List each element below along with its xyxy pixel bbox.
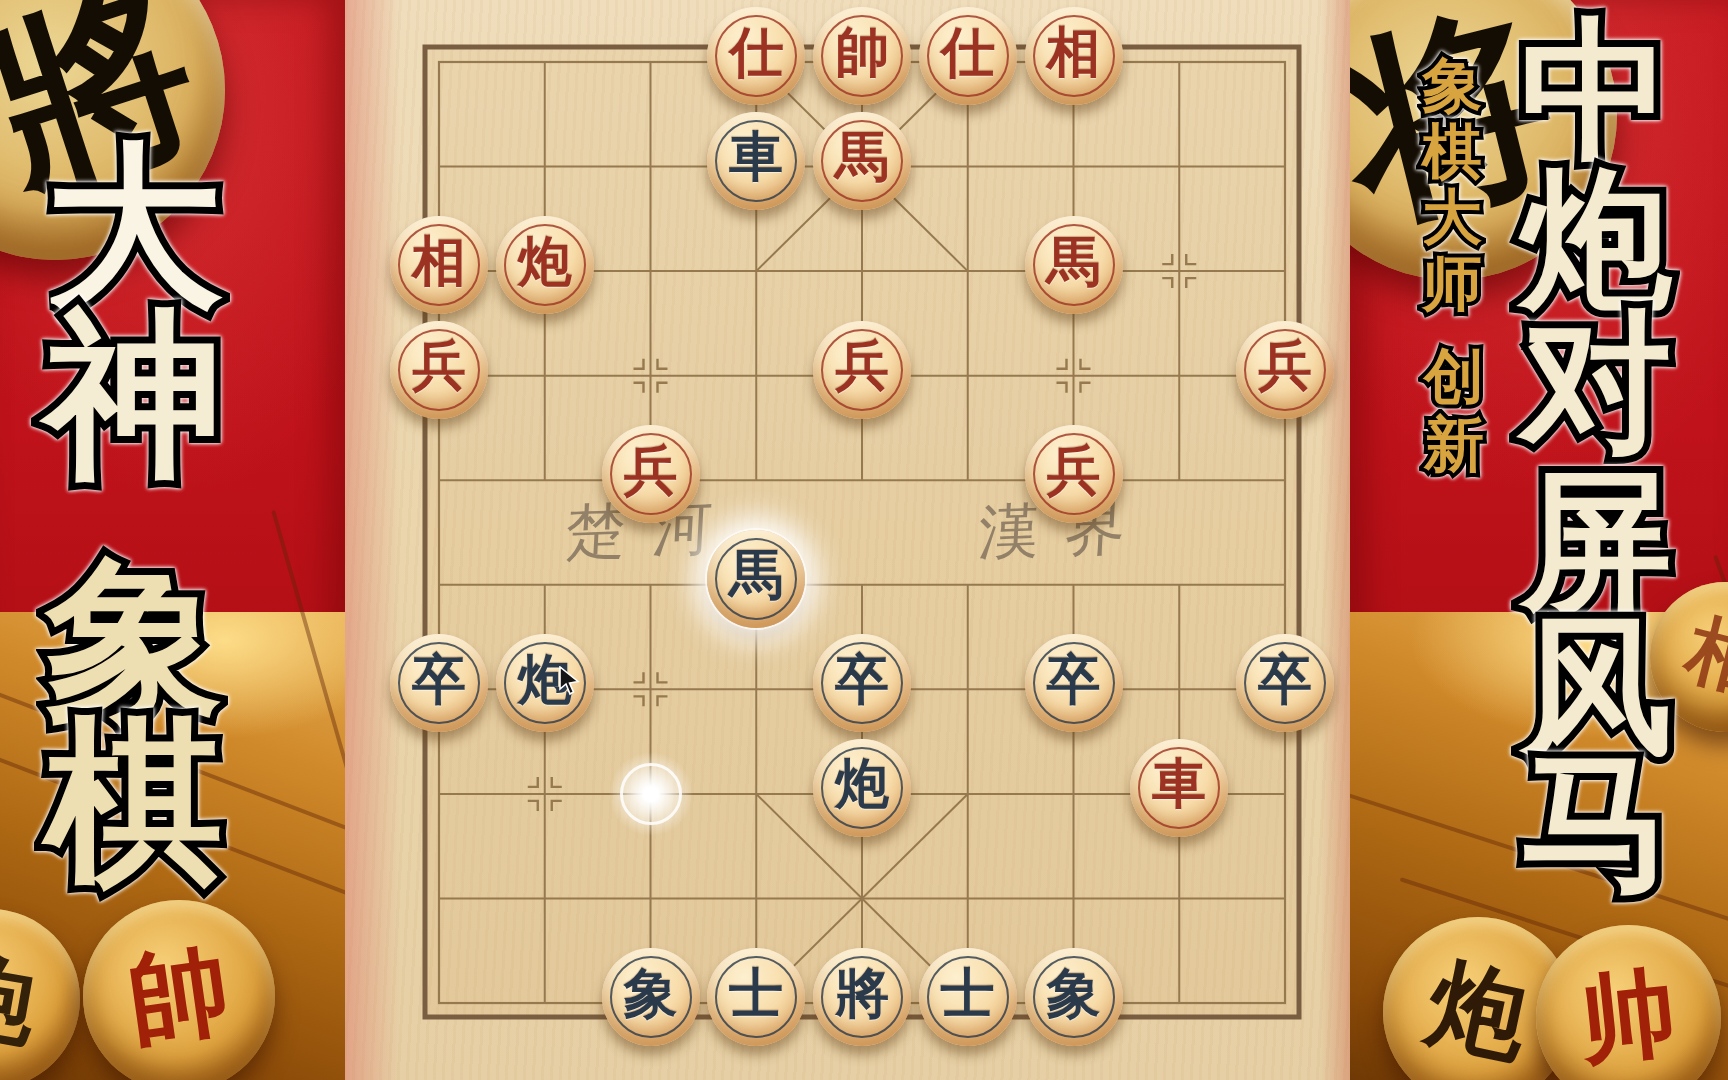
- piece-glyph: 士: [707, 948, 805, 1046]
- piece-red-general[interactable]: 帥: [813, 7, 911, 105]
- title-char: 棋: [45, 712, 223, 890]
- photo-piece-general-right: 帅: [1536, 925, 1721, 1080]
- piece-red-elephant[interactable]: 相: [390, 216, 488, 314]
- title-char: 新: [1424, 410, 1484, 478]
- piece-glyph: 卒: [1025, 634, 1123, 732]
- piece-red-advisor[interactable]: 仕: [919, 7, 1017, 105]
- right-subtitle-2: 创新: [1424, 342, 1484, 478]
- piece-black-elephant[interactable]: 象: [602, 948, 700, 1046]
- piece-glyph: 相: [390, 216, 488, 314]
- piece-glyph: 仕: [707, 7, 805, 105]
- photo-piece-cannon-left: 炮: [0, 909, 80, 1080]
- piece-glyph: 帥: [813, 7, 911, 105]
- piece-glyph: 將: [813, 948, 911, 1046]
- piece-black-general[interactable]: 將: [813, 948, 911, 1046]
- left-panel: 將 大神象棋 炮 帥: [0, 0, 345, 1080]
- piece-red-soldier[interactable]: 兵: [813, 321, 911, 419]
- thumbnail-stage: 將 大神象棋 炮 帥 楚河 漢界 仕帥仕相車馬: [0, 0, 1728, 1080]
- piece-glyph: 象: [1025, 948, 1123, 1046]
- piece-red-chariot[interactable]: 車: [1130, 739, 1228, 837]
- piece-black-soldier[interactable]: 卒: [1025, 634, 1123, 732]
- piece-glyph: 卒: [813, 634, 911, 732]
- piece-black-cannon[interactable]: 炮: [496, 634, 594, 732]
- piece-glyph: 仕: [919, 7, 1017, 105]
- piece-red-cannon[interactable]: 炮: [496, 216, 594, 314]
- piece-glyph: 士: [919, 948, 1017, 1046]
- title-char: 对: [1520, 306, 1672, 458]
- title-char: 神: [45, 305, 223, 483]
- piece-red-horse[interactable]: 馬: [1025, 216, 1123, 314]
- piece-red-soldier[interactable]: 兵: [1236, 321, 1334, 419]
- piece-black-soldier[interactable]: 卒: [813, 634, 911, 732]
- piece-red-horse[interactable]: 馬: [813, 112, 911, 210]
- photo-piece-char: 帅: [1527, 916, 1728, 1080]
- right-panel: 将 象棋大师 创新 中炮对屏风马 相 炮 帅: [1350, 0, 1728, 1080]
- photo-piece-char: 帥: [71, 888, 288, 1080]
- piece-glyph: 兵: [1236, 321, 1334, 419]
- piece-glyph: 炮: [813, 739, 911, 837]
- piece-black-elephant[interactable]: 象: [1025, 948, 1123, 1046]
- piece-glyph: 兵: [1025, 425, 1123, 523]
- piece-glyph: 炮: [496, 634, 594, 732]
- piece-glyph: 馬: [1025, 216, 1123, 314]
- piece-red-advisor[interactable]: 仕: [707, 7, 805, 105]
- piece-glyph: 卒: [1236, 634, 1334, 732]
- piece-black-cannon[interactable]: 炮: [813, 739, 911, 837]
- game-area: 楚河 漢界 仕帥仕相車馬相炮馬兵兵兵兵兵馬卒炮卒卒卒炮車象士將士象: [345, 0, 1350, 1080]
- title-char: 屏: [1520, 466, 1672, 618]
- piece-glyph: 象: [602, 948, 700, 1046]
- piece-glyph: 相: [1025, 7, 1123, 105]
- piece-red-soldier[interactable]: 兵: [602, 425, 700, 523]
- piece-glyph: 炮: [496, 216, 594, 314]
- title-char: 棋: [1422, 118, 1482, 184]
- piece-glyph: 卒: [390, 634, 488, 732]
- title-char: 马: [1520, 746, 1672, 898]
- piece-glyph: 兵: [602, 425, 700, 523]
- xiangqi-board[interactable]: 楚河 漢界 仕帥仕相車馬相炮馬兵兵兵兵兵馬卒炮卒卒卒炮車象士將士象: [345, 0, 1350, 1080]
- photo-piece-general-left: 帥: [83, 900, 275, 1080]
- piece-black-soldier[interactable]: 卒: [390, 634, 488, 732]
- piece-glyph: 兵: [813, 321, 911, 419]
- piece-glyph: 馬: [813, 112, 911, 210]
- piece-glyph: 兵: [390, 321, 488, 419]
- piece-black-soldier[interactable]: 卒: [1236, 634, 1334, 732]
- title-char: 创: [1424, 342, 1484, 410]
- piece-glyph: 馬: [707, 530, 805, 628]
- title-char: 中: [1520, 14, 1672, 166]
- piece-black-advisor[interactable]: 士: [707, 948, 805, 1046]
- piece-red-soldier[interactable]: 兵: [390, 321, 488, 419]
- piece-black-horse[interactable]: 馬: [707, 530, 805, 628]
- piece-glyph: 車: [707, 112, 805, 210]
- title-char: 师: [1422, 250, 1482, 316]
- piece-red-elephant[interactable]: 相: [1025, 7, 1123, 105]
- piece-black-chariot[interactable]: 車: [707, 112, 805, 210]
- piece-black-advisor[interactable]: 士: [919, 948, 1017, 1046]
- title-char: 大: [1422, 184, 1482, 250]
- title-char: 象: [1422, 52, 1482, 118]
- piece-glyph: 車: [1130, 739, 1228, 837]
- right-subtitle: 象棋大师: [1422, 52, 1482, 316]
- piece-red-soldier[interactable]: 兵: [1025, 425, 1123, 523]
